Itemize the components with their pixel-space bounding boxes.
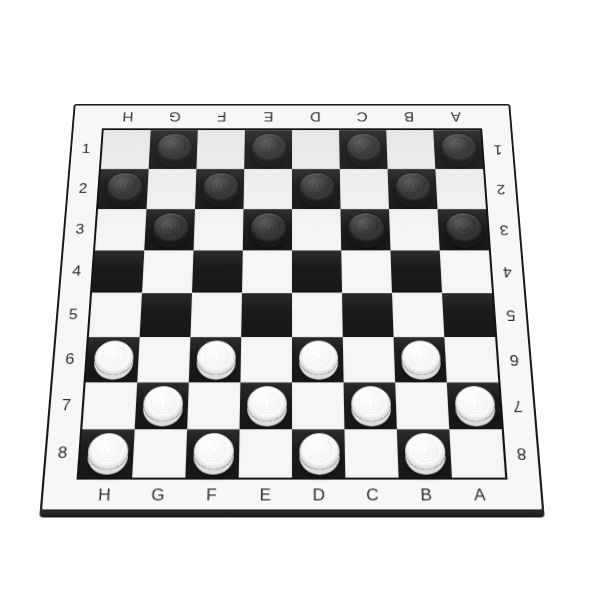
- file-label-top-D: D: [292, 106, 339, 126]
- rank-label-right-2: 2: [487, 169, 515, 209]
- file-label-bottom-E: E: [238, 483, 292, 509]
- square-D2: [292, 169, 340, 209]
- rank-label-right-1: 1: [484, 130, 512, 169]
- square-D4: [292, 250, 342, 293]
- square-D6: [292, 337, 344, 382]
- square-G1: [149, 130, 198, 169]
- rank-label-left-1: 1: [72, 130, 100, 169]
- checkers-board: HGFEDCBA HGFEDCBA 12345678 12345678: [40, 104, 545, 511]
- square-E3: [243, 209, 292, 250]
- square-E2: [244, 169, 292, 209]
- white-piece-D8: [299, 433, 339, 470]
- square-C7: [344, 382, 397, 429]
- white-piece-H8: [87, 433, 129, 470]
- square-G4: [142, 250, 194, 293]
- black-piece-G1: [156, 133, 193, 163]
- square-A6: [444, 337, 498, 382]
- square-C6: [343, 337, 395, 382]
- square-F7: [187, 382, 240, 429]
- file-label-bottom-H: H: [77, 483, 132, 509]
- file-label-bottom-B: B: [399, 483, 454, 509]
- square-B4: [390, 250, 442, 293]
- square-G3: [144, 209, 195, 250]
- file-label-top-E: E: [245, 106, 292, 126]
- square-H7: [82, 382, 137, 429]
- square-H6: [86, 337, 140, 382]
- rank-label-right-8: 8: [506, 429, 537, 477]
- file-label-bottom-D: D: [292, 483, 346, 509]
- white-piece-F6: [196, 341, 236, 375]
- square-F8: [185, 429, 239, 477]
- square-F4: [192, 250, 243, 293]
- square-H3: [95, 209, 146, 250]
- square-D3: [292, 209, 341, 250]
- square-C3: [340, 209, 390, 250]
- square-A1: [433, 130, 483, 169]
- rank-label-right-4: 4: [493, 250, 522, 293]
- black-piece-B2: [394, 172, 432, 202]
- white-piece-C7: [351, 386, 391, 422]
- rank-label-right-7: 7: [503, 382, 534, 429]
- square-B7: [395, 382, 449, 429]
- square-H2: [98, 169, 149, 209]
- square-F2: [195, 169, 244, 209]
- white-piece-A7: [454, 386, 496, 422]
- square-H1: [101, 130, 151, 169]
- board-grid: [77, 128, 508, 479]
- square-C2: [340, 169, 389, 209]
- square-E5: [241, 293, 292, 337]
- white-piece-F8: [193, 433, 234, 470]
- black-piece-A1: [440, 133, 478, 163]
- white-piece-D6: [299, 341, 338, 375]
- rank-label-right-6: 6: [499, 337, 529, 382]
- rank-label-left-3: 3: [66, 209, 95, 250]
- square-G6: [137, 337, 190, 382]
- rank-label-left-6: 6: [55, 337, 85, 382]
- board-front-edge: [39, 510, 545, 517]
- file-label-bottom-C: C: [345, 483, 399, 509]
- file-label-top-F: F: [198, 106, 245, 126]
- black-piece-A3: [444, 212, 483, 243]
- black-piece-H2: [105, 172, 143, 202]
- square-D8: [292, 429, 345, 477]
- rank-label-left-7: 7: [51, 382, 82, 429]
- rank-label-left-8: 8: [47, 429, 78, 477]
- white-piece-G7: [142, 386, 183, 422]
- square-C1: [339, 130, 387, 169]
- square-D5: [292, 293, 343, 337]
- square-G8: [132, 429, 187, 477]
- white-piece-B6: [401, 341, 441, 375]
- white-piece-H6: [93, 341, 134, 375]
- square-B1: [386, 130, 435, 169]
- square-E1: [244, 130, 292, 169]
- square-F5: [190, 293, 242, 337]
- square-C4: [341, 250, 392, 293]
- rank-label-left-4: 4: [62, 250, 91, 293]
- square-G7: [135, 382, 189, 429]
- product-photo-scene: HGFEDCBA HGFEDCBA 12345678 12345678: [0, 0, 600, 600]
- square-A8: [449, 429, 505, 477]
- square-E8: [239, 429, 292, 477]
- square-H8: [79, 429, 135, 477]
- file-labels-top: HGFEDCBA: [104, 106, 480, 126]
- file-label-bottom-F: F: [184, 483, 238, 509]
- square-F1: [196, 130, 244, 169]
- square-A4: [440, 250, 492, 293]
- file-label-top-B: B: [385, 106, 433, 126]
- file-label-top-G: G: [151, 106, 199, 126]
- square-E6: [240, 337, 292, 382]
- black-piece-E3: [250, 212, 287, 243]
- square-B5: [392, 293, 444, 337]
- file-label-top-A: A: [432, 106, 480, 126]
- white-piece-B8: [404, 433, 446, 470]
- file-label-top-H: H: [104, 106, 152, 126]
- square-B8: [397, 429, 452, 477]
- white-piece-E7: [247, 386, 287, 422]
- square-A2: [435, 169, 486, 209]
- square-D1: [292, 130, 340, 169]
- file-label-bottom-G: G: [130, 483, 185, 509]
- square-E7: [240, 382, 292, 429]
- square-G5: [140, 293, 192, 337]
- rank-label-right-5: 5: [496, 293, 526, 337]
- square-B2: [388, 169, 438, 209]
- square-H4: [92, 250, 144, 293]
- black-piece-D2: [299, 172, 336, 202]
- square-A3: [437, 209, 488, 250]
- file-labels-bottom: HGFEDCBA: [77, 483, 508, 509]
- file-label-top-C: C: [339, 106, 386, 126]
- file-label-bottom-A: A: [452, 483, 507, 509]
- square-F3: [194, 209, 244, 250]
- rank-label-left-2: 2: [69, 169, 97, 209]
- black-piece-C1: [346, 133, 383, 163]
- square-H5: [89, 293, 142, 337]
- rank-label-right-3: 3: [490, 209, 519, 250]
- square-C5: [342, 293, 394, 337]
- square-B6: [394, 337, 447, 382]
- black-piece-G3: [152, 212, 191, 243]
- square-A5: [442, 293, 495, 337]
- square-B3: [389, 209, 440, 250]
- square-E4: [242, 250, 292, 293]
- square-A7: [447, 382, 502, 429]
- black-piece-E1: [251, 133, 287, 163]
- black-piece-C3: [347, 212, 385, 243]
- black-piece-F2: [202, 172, 239, 202]
- square-C8: [344, 429, 398, 477]
- square-D7: [292, 382, 344, 429]
- square-G2: [147, 169, 197, 209]
- square-F6: [189, 337, 241, 382]
- rank-label-left-5: 5: [58, 293, 88, 337]
